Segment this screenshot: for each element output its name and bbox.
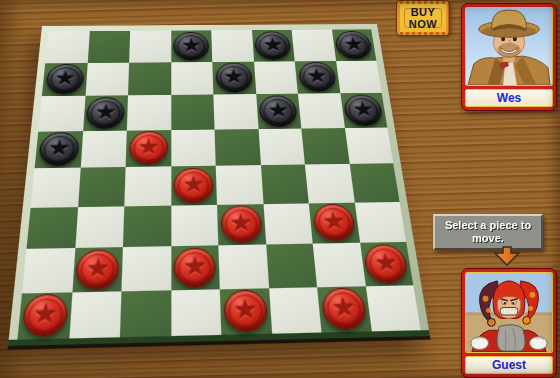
square-r4c3[interactable]: ★	[126, 130, 171, 167]
square-r6c6	[263, 203, 313, 245]
star-emboss: ★	[182, 173, 205, 196]
star-emboss: ★	[31, 301, 58, 329]
square-r1c5	[211, 30, 253, 61]
star-emboss: ★	[94, 102, 117, 123]
square-r7c1	[22, 248, 75, 293]
square-r5c3	[124, 166, 170, 206]
square-r5c4[interactable]: ★	[171, 166, 217, 205]
square-r2c6	[254, 61, 298, 94]
square-r8c4	[171, 289, 222, 336]
square-r8c1[interactable]: ★	[17, 292, 72, 340]
black-piece[interactable]: ★	[38, 132, 80, 166]
square-r1c2[interactable]	[87, 31, 130, 63]
square-r4c2	[80, 130, 127, 167]
black-piece[interactable]: ★	[215, 63, 253, 93]
square-r4c1[interactable]: ★	[35, 131, 83, 169]
star-emboss: ★	[267, 100, 290, 120]
black-piece[interactable]: ★	[298, 62, 337, 92]
wes-nameplate: Wes	[465, 89, 553, 107]
star-emboss: ★	[232, 297, 258, 324]
square-r4c5[interactable]	[215, 129, 261, 166]
square-r7c6[interactable]	[266, 244, 317, 288]
star-emboss: ★	[229, 212, 253, 236]
cowboy-avatar-image	[466, 8, 552, 85]
square-r4c6	[258, 128, 305, 165]
star-emboss: ★	[85, 256, 111, 282]
square-r8c2	[69, 291, 122, 339]
square-r3c4[interactable]	[171, 94, 215, 129]
square-r7c5	[218, 244, 268, 288]
square-r3c3	[127, 95, 171, 130]
square-r6c5[interactable]: ★	[217, 204, 266, 246]
star-emboss: ★	[262, 36, 284, 54]
square-r7c4[interactable]: ★	[171, 245, 220, 289]
game-window: ★★★★★★★★★★★★★★★★★★★★ BUY NOW	[0, 0, 560, 378]
square-r6c2	[75, 206, 124, 248]
square-r3c6[interactable]: ★	[256, 94, 302, 129]
red-piece[interactable]: ★	[320, 288, 367, 331]
square-r8c3[interactable]	[120, 290, 171, 337]
red-piece[interactable]: ★	[174, 247, 217, 287]
square-r1c7	[292, 30, 336, 61]
jester-avatar-image	[466, 273, 552, 352]
black-piece[interactable]: ★	[254, 31, 292, 60]
red-piece[interactable]: ★	[129, 131, 168, 165]
red-piece[interactable]: ★	[75, 249, 119, 290]
star-emboss: ★	[342, 35, 365, 53]
square-r7c2[interactable]: ★	[72, 247, 123, 292]
guest-avatar	[465, 272, 553, 353]
square-r3c5	[213, 94, 258, 129]
square-r7c7	[313, 243, 365, 287]
square-r4c7[interactable]	[301, 128, 349, 165]
buy-now-label-line2: NOW	[409, 18, 437, 30]
square-r6c4	[171, 204, 219, 246]
black-piece[interactable]: ★	[173, 32, 209, 61]
square-r5c1	[31, 168, 81, 208]
board-grid: ★★★★★★★★★★★★★★★★★★★★	[17, 29, 420, 339]
red-piece[interactable]: ★	[174, 167, 214, 203]
star-emboss: ★	[223, 68, 245, 87]
star-emboss: ★	[372, 250, 399, 275]
star-emboss: ★	[53, 69, 76, 88]
star-emboss: ★	[306, 67, 329, 86]
square-r2c2	[85, 62, 129, 95]
red-piece[interactable]: ★	[220, 205, 262, 243]
square-r1c1	[45, 31, 89, 63]
red-piece[interactable]: ★	[21, 294, 68, 338]
black-piece[interactable]: ★	[259, 95, 299, 127]
square-r5c2[interactable]	[78, 167, 126, 207]
status-bubble: Select a piece to move.	[433, 214, 543, 250]
square-r7c3	[121, 246, 170, 291]
status-bubble-line2: move.	[439, 232, 537, 245]
black-piece[interactable]: ★	[343, 94, 384, 126]
square-r3c7	[298, 93, 344, 128]
square-r7c8[interactable]: ★	[360, 242, 414, 286]
square-r8c7[interactable]: ★	[317, 286, 371, 333]
status-bubble-line1: Select a piece to	[439, 219, 537, 232]
square-r2c8	[336, 60, 382, 93]
square-r1c8[interactable]: ★	[331, 29, 376, 60]
red-piece[interactable]: ★	[312, 204, 356, 242]
wes-avatar	[465, 7, 553, 86]
black-piece[interactable]: ★	[334, 31, 373, 59]
square-r2c4	[171, 62, 214, 95]
square-r3c1	[38, 96, 85, 131]
black-piece[interactable]: ★	[45, 64, 85, 95]
square-r1c6[interactable]: ★	[252, 30, 295, 61]
star-emboss: ★	[183, 254, 207, 280]
player-portrait-wes: Wes	[461, 3, 557, 111]
buy-now-label-line1: BUY	[411, 6, 436, 18]
star-emboss: ★	[351, 100, 375, 120]
square-r2c3[interactable]	[128, 62, 171, 95]
square-r2c1[interactable]: ★	[42, 63, 87, 97]
star-emboss: ★	[330, 295, 357, 322]
square-r1c3	[129, 31, 171, 63]
square-r6c3[interactable]	[123, 205, 171, 247]
square-r6c8	[354, 201, 406, 242]
buy-now-button[interactable]: BUY NOW	[397, 1, 449, 35]
square-r6c7[interactable]: ★	[309, 202, 360, 243]
square-r3c2[interactable]: ★	[83, 95, 128, 130]
black-piece[interactable]: ★	[86, 97, 125, 129]
square-r5c8[interactable]	[349, 163, 399, 202]
guest-nameplate: Guest	[465, 356, 553, 374]
star-emboss: ★	[321, 210, 347, 234]
square-r2c7[interactable]: ★	[295, 61, 340, 94]
square-r5c7	[305, 164, 354, 203]
square-r5c6[interactable]	[260, 164, 308, 203]
square-r8c8	[365, 285, 420, 332]
square-r4c8	[344, 127, 393, 164]
player-portrait-guest: Guest	[461, 268, 557, 378]
square-r8c5[interactable]: ★	[220, 288, 272, 335]
square-r6c1[interactable]	[26, 207, 77, 249]
square-r3c8[interactable]: ★	[340, 93, 387, 128]
star-emboss: ★	[181, 36, 202, 54]
bubble-arrow-icon	[492, 246, 522, 266]
square-r5c5	[216, 165, 263, 204]
red-piece[interactable]: ★	[363, 244, 410, 284]
star-emboss: ★	[47, 138, 71, 160]
checkers-board: ★★★★★★★★★★★★★★★★★★★★	[8, 24, 430, 346]
red-piece[interactable]: ★	[223, 290, 268, 333]
star-emboss: ★	[137, 137, 159, 159]
square-r1c4[interactable]: ★	[171, 30, 212, 62]
square-r8c6	[269, 287, 322, 334]
square-r4c4	[171, 129, 216, 166]
square-r2c5[interactable]: ★	[212, 61, 255, 94]
